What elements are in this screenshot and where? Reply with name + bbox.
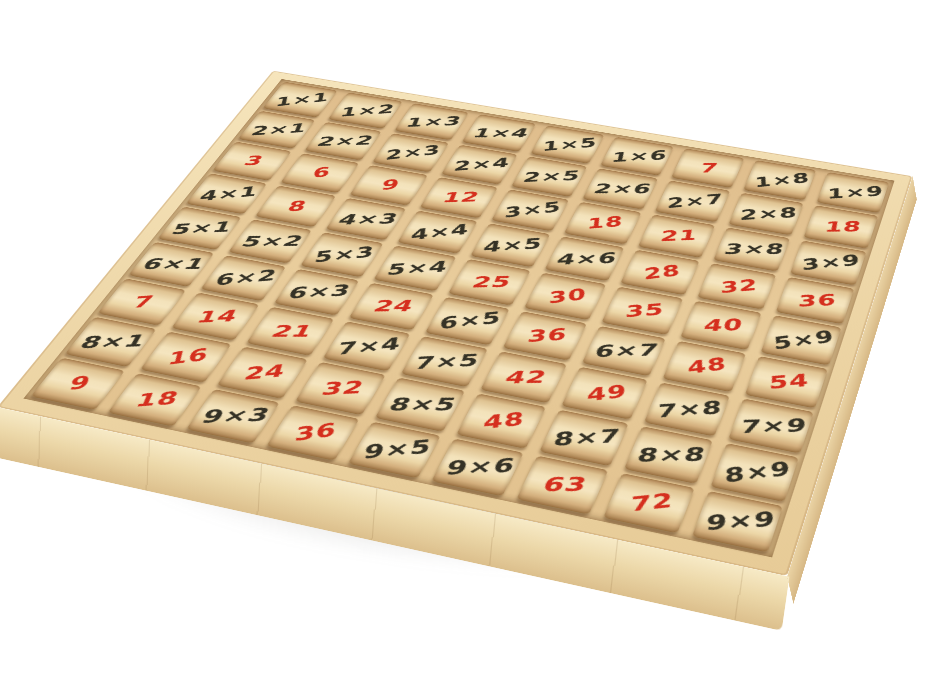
roller-r6c1[interactable]: 6×1 [128,242,214,287]
roller-label: 16 [165,345,208,368]
roller-label: 36 [524,325,567,346]
roller-r5c8[interactable]: 40 [680,301,761,350]
roller-r9c4[interactable]: 36 [266,405,359,461]
roller-label: 5×9 [766,327,836,353]
roller-label: 2×8 [735,205,798,223]
roller-label: 63 [541,474,585,496]
roller-label: 2×6 [591,181,650,196]
roller-label: 7×9 [736,415,807,437]
roller-label: 36 [290,420,336,446]
roller-label: 9×3 [199,405,267,427]
roller-label: 6×3 [286,282,348,302]
roller-label: 18 [821,218,862,234]
roller-label: 1×5 [538,135,598,154]
roller-r4c3[interactable]: 4×3 [325,198,406,240]
roller-r8c6[interactable]: 48 [456,394,546,449]
roller-label: 2×2 [315,133,371,149]
roller-r4c1[interactable]: 4×1 [186,173,267,214]
roller-r9c5[interactable]: 9×5 [348,421,441,478]
roller-r8c2[interactable]: 16 [140,332,231,383]
roller-r2c4[interactable]: 2×4 [441,145,517,184]
roller-r9c3[interactable]: 9×3 [186,389,280,444]
roller-r5c1[interactable]: 5×1 [158,207,242,250]
roller-label: 2×4 [450,155,510,174]
roller-r8c8[interactable]: 8×8 [624,426,713,483]
roller-r6c6[interactable]: 36 [503,311,587,360]
roller-r4c2[interactable]: 8 [255,186,336,228]
roller-label: 36 [793,291,837,310]
roller-label: 1×6 [608,148,667,165]
roller-label: 1×1 [272,90,329,109]
roller-label: 12 [441,189,478,205]
roller-r7c6[interactable]: 42 [480,351,567,403]
roller-label: 4×4 [406,221,469,243]
roller-label: 6×7 [591,341,657,361]
roller-r7c8[interactable]: 7×8 [644,382,730,436]
roller-r6c8[interactable]: 48 [663,341,746,392]
roller-label: 4×5 [479,235,542,255]
roller-r6c2[interactable]: 6×2 [200,255,286,301]
roller-r5c5[interactable]: 25 [448,259,530,305]
roller-label: 48 [478,409,524,433]
roller-label: 32 [320,377,361,398]
roller-label: 24 [372,297,411,315]
roller-r6c7[interactable]: 6×7 [582,326,666,376]
roller-label: 1×2 [337,102,393,119]
roller-label: 6×2 [212,267,275,289]
roller-label: 35 [621,300,665,320]
roller-label: 5×3 [311,243,374,265]
roller-label: 2×1 [249,121,305,138]
roller-label: 8 [286,198,305,214]
roller-label: 6×1 [140,256,204,273]
roller-r7c9[interactable]: 7×9 [728,398,813,453]
roller-r9c7[interactable]: 63 [516,455,608,514]
roller-r9c2[interactable]: 18 [108,373,202,427]
roller-label: 14 [195,307,235,327]
roller-label: 24 [242,361,284,383]
roller-label: 5×1 [170,219,230,238]
roller-label: 6 [310,165,331,181]
roller-label: 28 [638,262,683,283]
roller-label: 42 [503,367,544,387]
roller-r8c4[interactable]: 32 [295,362,385,415]
roller-label: 4×3 [337,210,396,227]
roller-label: 7×8 [652,397,723,421]
roller-label: 9×5 [360,436,431,463]
roller-label: 1×9 [822,183,885,201]
roller-r4c9[interactable]: 36 [776,277,854,324]
roller-r9c6[interactable]: 9×6 [431,438,523,496]
roller-r5c9[interactable]: 5×9 [761,315,842,365]
roller-r9c8[interactable]: 72 [603,473,694,533]
roller-r3c3[interactable]: 9 [349,165,427,206]
roller-label: 9×6 [443,455,513,480]
roller-label: 2×7 [661,191,724,211]
roller-label: 9 [67,373,89,395]
roller-r8c3[interactable]: 24 [217,347,308,399]
roller-r2c2[interactable]: 2×2 [305,122,382,160]
roller-r8c1[interactable]: 8×1 [65,317,156,367]
roller-label: 1×4 [471,126,526,140]
roller-r4c4[interactable]: 4×4 [397,211,477,254]
roller-label: 9×9 [700,508,776,535]
roller-label: 2×5 [520,168,579,185]
roller-label: 8×1 [78,331,144,351]
roller-label: 5×2 [240,233,301,250]
roller-r4c7[interactable]: 28 [620,250,699,296]
roller-r7c2[interactable]: 14 [171,292,259,340]
roller-r6c3[interactable]: 6×3 [274,269,359,316]
roller-label: 1×3 [404,114,460,130]
roller-label: 8×8 [634,444,704,466]
roller-r9c9[interactable]: 9×9 [692,491,783,553]
roller-label: 18 [582,213,623,232]
roller-label: 25 [470,273,509,291]
roller-label: 49 [581,381,628,405]
roller-r7c4[interactable]: 7×4 [323,321,411,371]
roller-r6c5[interactable]: 6×5 [425,297,510,346]
roller-r7c5[interactable]: 7×5 [401,336,488,387]
roller-label: 3×5 [499,199,562,221]
roller-r8c9[interactable]: 8×9 [711,443,799,501]
roller-label: 1×8 [749,170,812,190]
roller-r7c3[interactable]: 21 [246,307,334,356]
roller-r3c1[interactable]: 3 [213,141,292,180]
roller-r5c6[interactable]: 30 [524,273,606,320]
roller-r6c9[interactable]: 54 [745,356,828,408]
roller-r7c7[interactable]: 49 [561,367,647,420]
roller-r8c7[interactable]: 8×7 [539,410,628,466]
roller-label: 7×4 [334,334,401,358]
roller-label: 54 [763,371,810,393]
roller-label: 8×7 [549,425,620,449]
roller-label: 40 [700,315,743,334]
roller-r2c1[interactable]: 2×1 [238,111,315,148]
roller-label: 18 [134,388,176,411]
roller-r5c4[interactable]: 5×4 [374,246,457,291]
roller-label: 8×9 [717,458,792,487]
roller-label: 48 [681,354,728,377]
roller-label: 5×4 [384,258,447,278]
roller-r5c3[interactable]: 5×3 [300,232,383,277]
roller-label: 72 [624,489,674,516]
roller-label: 8×5 [387,394,454,414]
roller-label: 2×3 [381,142,441,162]
roller-r6c4[interactable]: 24 [349,283,434,331]
roller-r8c5[interactable]: 8×5 [375,378,465,432]
roller-label: 21 [656,227,697,245]
roller-r5c2[interactable]: 5×2 [228,220,311,264]
roller-label: 3×9 [795,252,862,274]
roller-r4c8[interactable]: 32 [697,263,776,309]
roller-r9c1[interactable]: 9 [31,357,125,409]
roller-r5c7[interactable]: 35 [602,287,683,335]
roller-label: 7 [698,161,718,176]
roller-label: 4×6 [554,249,616,267]
roller-r2c3[interactable]: 2×3 [372,133,448,172]
roller-label: 6×5 [434,309,501,333]
scene: 1×11×21×31×41×51×671×81×92×12×22×32×42×5… [0,0,928,686]
roller-label: 32 [715,276,759,296]
roller-label: 21 [270,322,312,340]
roller-label: 7×5 [412,350,478,372]
roller-label: 9 [379,177,399,193]
roller-label: 30 [543,285,587,306]
roller-label: 7 [132,292,152,311]
roller-r3c2[interactable]: 6 [280,153,359,193]
roller-label: 3 [243,153,262,168]
roller-label: 4×1 [197,183,257,203]
roller-r7c1[interactable]: 7 [97,278,186,325]
roller-label: 3×8 [721,241,783,257]
